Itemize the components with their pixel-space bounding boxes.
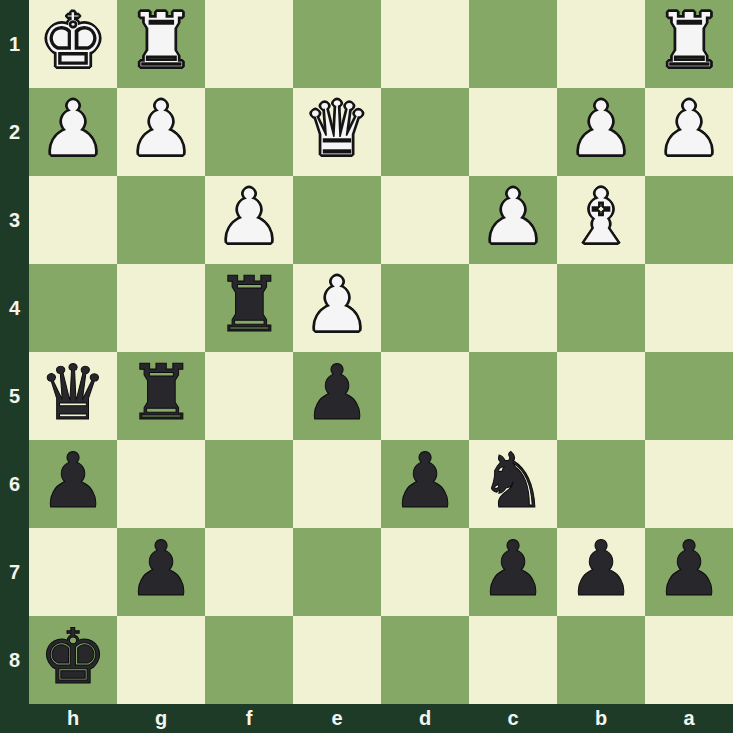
square-f5[interactable] (205, 352, 293, 440)
piece-black-pawn[interactable]: ♟ (655, 525, 723, 613)
rank-label-3: 3 (0, 176, 29, 264)
square-e7[interactable] (293, 528, 381, 616)
board: ♚♜♜♟♟♛♟♟♟♟♝♜♟♛♜♟♟♟♞♟♟♟♟♚ (29, 0, 733, 704)
square-e5[interactable]: ♟ (293, 352, 381, 440)
square-c8[interactable] (469, 616, 557, 704)
piece-white-pawn[interactable]: ♟ (127, 85, 195, 173)
piece-white-pawn[interactable]: ♟ (655, 85, 723, 173)
square-b3[interactable]: ♝ (557, 176, 645, 264)
piece-white-pawn[interactable]: ♟ (39, 85, 107, 173)
square-d3[interactable] (381, 176, 469, 264)
square-f1[interactable] (205, 0, 293, 88)
rank-label-5: 5 (0, 352, 29, 440)
square-h1[interactable]: ♚ (29, 0, 117, 88)
square-d6[interactable]: ♟ (381, 440, 469, 528)
square-g1[interactable]: ♜ (117, 0, 205, 88)
square-d4[interactable] (381, 264, 469, 352)
square-e4[interactable]: ♟ (293, 264, 381, 352)
piece-black-knight[interactable]: ♞ (479, 437, 547, 525)
piece-white-rook[interactable]: ♜ (127, 0, 195, 85)
file-label-h: h (29, 704, 117, 733)
square-g5[interactable]: ♜ (117, 352, 205, 440)
rank-label-1: 1 (0, 0, 29, 88)
square-b4[interactable] (557, 264, 645, 352)
file-label-g: g (117, 704, 205, 733)
square-f8[interactable] (205, 616, 293, 704)
square-a4[interactable] (645, 264, 733, 352)
square-b2[interactable]: ♟ (557, 88, 645, 176)
square-g2[interactable]: ♟ (117, 88, 205, 176)
rank-labels: 12345678 (0, 0, 29, 704)
square-d5[interactable] (381, 352, 469, 440)
piece-black-pawn[interactable]: ♟ (39, 437, 107, 525)
square-c1[interactable] (469, 0, 557, 88)
square-a5[interactable] (645, 352, 733, 440)
piece-black-queen[interactable]: ♛ (39, 349, 107, 437)
piece-black-rook[interactable]: ♜ (215, 261, 283, 349)
square-b1[interactable] (557, 0, 645, 88)
square-a7[interactable]: ♟ (645, 528, 733, 616)
piece-black-pawn[interactable]: ♟ (303, 349, 371, 437)
piece-black-rook[interactable]: ♜ (127, 349, 195, 437)
piece-black-pawn[interactable]: ♟ (391, 437, 459, 525)
rank-label-4: 4 (0, 264, 29, 352)
square-e2[interactable]: ♛ (293, 88, 381, 176)
square-e6[interactable] (293, 440, 381, 528)
chess-board-frame: 12345678 ♚♜♜♟♟♛♟♟♟♟♝♜♟♛♜♟♟♟♞♟♟♟♟♚ hgfedc… (0, 0, 733, 733)
square-c2[interactable] (469, 88, 557, 176)
file-label-a: a (645, 704, 733, 733)
rank-label-2: 2 (0, 88, 29, 176)
square-e3[interactable] (293, 176, 381, 264)
square-f3[interactable]: ♟ (205, 176, 293, 264)
piece-black-pawn[interactable]: ♟ (567, 525, 635, 613)
piece-white-rook[interactable]: ♜ (655, 0, 723, 85)
square-g3[interactable] (117, 176, 205, 264)
square-g4[interactable] (117, 264, 205, 352)
square-h3[interactable] (29, 176, 117, 264)
square-a8[interactable] (645, 616, 733, 704)
square-c7[interactable]: ♟ (469, 528, 557, 616)
square-d8[interactable] (381, 616, 469, 704)
square-b8[interactable] (557, 616, 645, 704)
piece-black-king[interactable]: ♚ (39, 613, 107, 701)
square-h8[interactable]: ♚ (29, 616, 117, 704)
rank-label-6: 6 (0, 440, 29, 528)
square-a1[interactable]: ♜ (645, 0, 733, 88)
square-f7[interactable] (205, 528, 293, 616)
square-h4[interactable] (29, 264, 117, 352)
square-a3[interactable] (645, 176, 733, 264)
piece-black-pawn[interactable]: ♟ (479, 525, 547, 613)
file-label-f: f (205, 704, 293, 733)
square-c4[interactable] (469, 264, 557, 352)
square-h6[interactable]: ♟ (29, 440, 117, 528)
square-g8[interactable] (117, 616, 205, 704)
square-h7[interactable] (29, 528, 117, 616)
square-f6[interactable] (205, 440, 293, 528)
rank-label-8: 8 (0, 616, 29, 704)
square-h5[interactable]: ♛ (29, 352, 117, 440)
square-c3[interactable]: ♟ (469, 176, 557, 264)
file-label-d: d (381, 704, 469, 733)
piece-white-pawn[interactable]: ♟ (567, 85, 635, 173)
piece-white-queen[interactable]: ♛ (303, 85, 371, 173)
square-b6[interactable] (557, 440, 645, 528)
square-g7[interactable]: ♟ (117, 528, 205, 616)
piece-white-pawn[interactable]: ♟ (215, 173, 283, 261)
piece-black-pawn[interactable]: ♟ (127, 525, 195, 613)
square-a6[interactable] (645, 440, 733, 528)
piece-white-king[interactable]: ♚ (39, 0, 107, 85)
piece-white-pawn[interactable]: ♟ (479, 173, 547, 261)
square-h2[interactable]: ♟ (29, 88, 117, 176)
file-label-b: b (557, 704, 645, 733)
square-e8[interactable] (293, 616, 381, 704)
square-c6[interactable]: ♞ (469, 440, 557, 528)
file-label-c: c (469, 704, 557, 733)
square-d2[interactable] (381, 88, 469, 176)
file-label-e: e (293, 704, 381, 733)
square-e1[interactable] (293, 0, 381, 88)
square-g6[interactable] (117, 440, 205, 528)
rank-label-7: 7 (0, 528, 29, 616)
piece-white-pawn[interactable]: ♟ (303, 261, 371, 349)
square-c5[interactable] (469, 352, 557, 440)
square-b7[interactable]: ♟ (557, 528, 645, 616)
file-labels: hgfedcba (29, 704, 733, 733)
square-a2[interactable]: ♟ (645, 88, 733, 176)
square-b5[interactable] (557, 352, 645, 440)
square-f4[interactable]: ♜ (205, 264, 293, 352)
piece-white-bishop[interactable]: ♝ (567, 173, 635, 261)
square-d1[interactable] (381, 0, 469, 88)
square-f2[interactable] (205, 88, 293, 176)
square-d7[interactable] (381, 528, 469, 616)
